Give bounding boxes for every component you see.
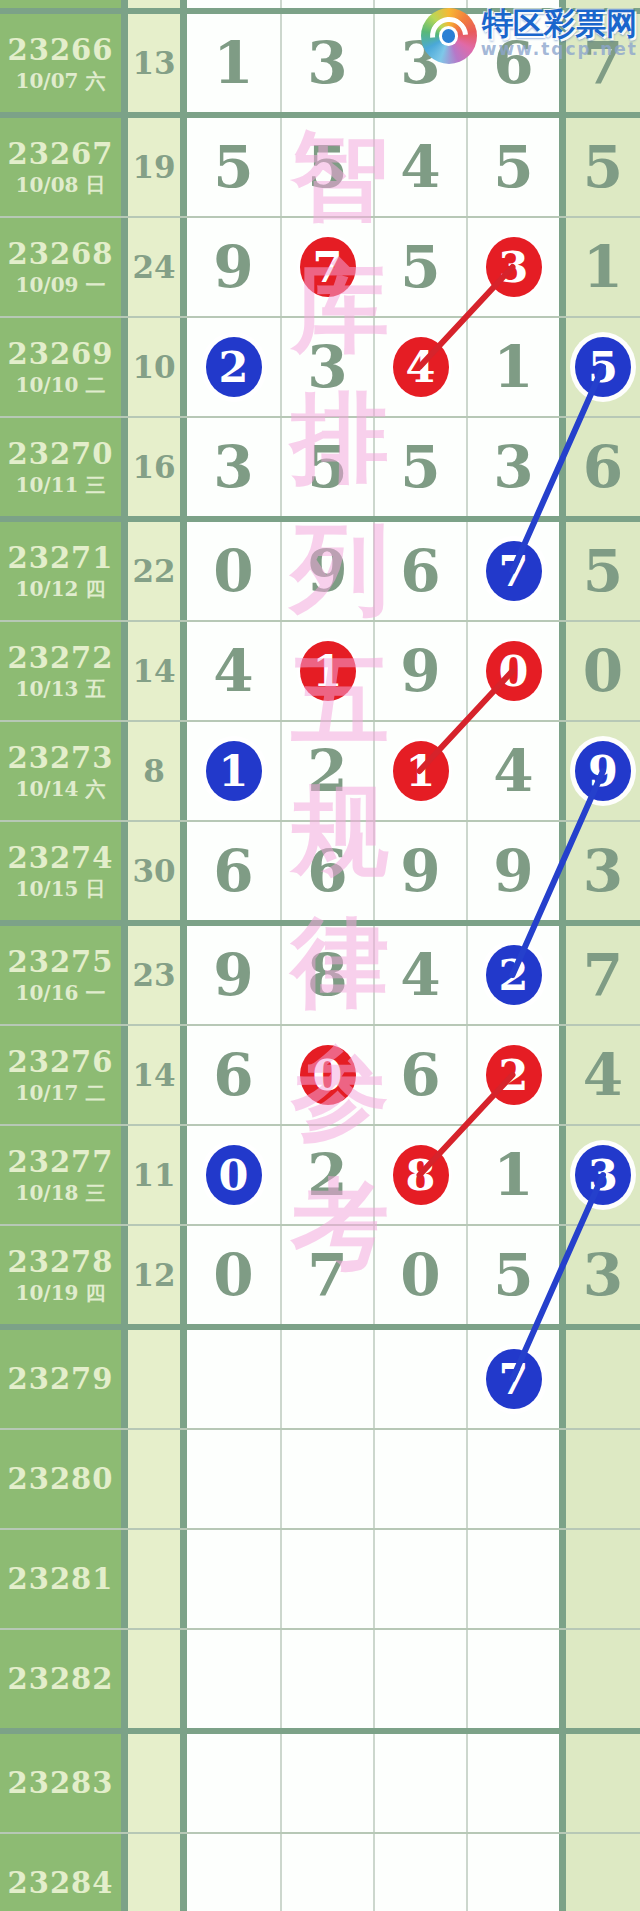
- digit-cell: 3: [466, 418, 559, 516]
- issue-number: 23275: [8, 948, 114, 977]
- digit-value: 1: [493, 338, 533, 396]
- digit-value: 5: [307, 138, 347, 196]
- digit-value: 5: [213, 138, 253, 196]
- digit-cell: 8: [373, 1126, 466, 1224]
- digit-cell: [280, 1530, 373, 1628]
- column-separator: [559, 1630, 566, 1728]
- red-circled-digit: 2: [486, 1045, 542, 1105]
- digit-cell: 1: [466, 318, 559, 416]
- digit-value: 5: [493, 1246, 533, 1304]
- issue-label-cell: 2326910/10 二: [0, 318, 121, 416]
- row-23272: 2327210/13 五1441900: [0, 622, 640, 720]
- red-circled-digit: 1: [300, 641, 356, 701]
- issue-label-cell: 2327610/17 二: [0, 1026, 121, 1124]
- red-circled-digit: 0: [486, 641, 542, 701]
- digit-value: 6: [307, 842, 347, 900]
- digit-cell: [373, 1330, 466, 1428]
- draw-date: 10/14 六: [16, 779, 106, 799]
- column-separator: [559, 1430, 566, 1528]
- digit-value: 5: [400, 438, 440, 496]
- digit-value: 9: [213, 238, 253, 296]
- issue-label-cell: 23283: [0, 1734, 121, 1832]
- issue-number: 23279: [8, 1365, 114, 1394]
- column-separator: [180, 1226, 187, 1324]
- digit-cell: 9: [373, 622, 466, 720]
- issue-number: 23268: [8, 240, 114, 269]
- sum-cell: 19: [128, 118, 180, 216]
- column-separator: [180, 1530, 187, 1628]
- sum-value: 30: [132, 853, 175, 889]
- column-separator: [180, 822, 187, 920]
- column-separator: [559, 118, 566, 216]
- digit-cell: 2: [466, 1026, 559, 1124]
- issue-label-cell: 2327710/18 三: [0, 1126, 121, 1224]
- trend-board: 2326610/07 六13133672326710/08 日195545523…: [0, 0, 640, 1911]
- digit-cell: 7: [466, 1330, 559, 1428]
- row-23282: 23282: [0, 1630, 640, 1728]
- digit-cell: 7: [280, 1226, 373, 1324]
- column-separator: [121, 1834, 128, 1911]
- digit-cell: 5: [566, 318, 640, 416]
- digit-value: 3: [493, 438, 533, 496]
- row-23271: 2327110/12 四2209675: [0, 522, 640, 620]
- lottery-trend-chart-page: 2326610/07 六13133672326710/08 日195545523…: [0, 0, 640, 1911]
- sum-cell: 23: [128, 926, 180, 1024]
- sum-cell: [128, 1734, 180, 1832]
- issue-label-cell: 2327310/14 六: [0, 722, 121, 820]
- digit-cell: 0: [566, 622, 640, 720]
- draw-date: 10/18 三: [16, 1183, 106, 1203]
- digit-cell: 1: [566, 218, 640, 316]
- digit-cell: [566, 1530, 640, 1628]
- digit-cell: 9: [280, 522, 373, 620]
- column-separator: [180, 418, 187, 516]
- digit-cell: 5: [373, 218, 466, 316]
- red-circled-digit: 0: [300, 1045, 356, 1105]
- digit-cell: [566, 1430, 640, 1528]
- digit-cell: 9: [466, 822, 559, 920]
- digit-cell: 5: [280, 118, 373, 216]
- digit-value: 1: [213, 34, 253, 92]
- blue-circled-digit: 3: [575, 1145, 631, 1205]
- digit-cell: [187, 0, 280, 8]
- column-separator: [121, 418, 128, 516]
- issue-number: 23270: [8, 440, 114, 469]
- column-separator: [121, 0, 128, 8]
- digit-cell: 3: [566, 1126, 640, 1224]
- draw-date: 10/09 一: [16, 275, 106, 295]
- digit-cell: 5: [566, 118, 640, 216]
- sum-value: 19: [132, 149, 175, 185]
- digit-cell: [466, 1430, 559, 1528]
- sum-value: 8: [143, 753, 165, 789]
- issue-label-cell: [0, 0, 121, 8]
- row-23273: 2327310/14 六812149: [0, 722, 640, 820]
- issue-number: 23281: [8, 1565, 114, 1594]
- draw-date: 10/19 四: [16, 1283, 106, 1303]
- digit-value: 9: [400, 642, 440, 700]
- sum-cell: 12: [128, 1226, 180, 1324]
- digit-cell: 4: [566, 1026, 640, 1124]
- issue-number: 23267: [8, 140, 114, 169]
- column-separator: [121, 1530, 128, 1628]
- sum-cell: [128, 1630, 180, 1728]
- digit-cell: 6: [373, 522, 466, 620]
- row-23277: 2327710/18 三1102813: [0, 1126, 640, 1224]
- row-23279: 232797: [0, 1330, 640, 1428]
- digit-cell: [566, 1734, 640, 1832]
- digit-cell: 1: [466, 1126, 559, 1224]
- row-23274: 2327410/15 日3066993: [0, 822, 640, 920]
- red-circled-digit: 4: [393, 337, 449, 397]
- digit-cell: 4: [466, 722, 559, 820]
- site-name: 特区彩票网: [482, 6, 637, 40]
- column-separator: [121, 1126, 128, 1224]
- column-separator: [121, 926, 128, 1024]
- digit-cell: [187, 1330, 280, 1428]
- column-separator: [180, 118, 187, 216]
- digit-cell: 0: [187, 1126, 280, 1224]
- issue-label-cell: 2327210/13 五: [0, 622, 121, 720]
- row-23267: 2326710/08 日1955455: [0, 118, 640, 216]
- digit-cell: 3: [187, 418, 280, 516]
- digit-cell: [373, 1834, 466, 1911]
- digit-cell: [187, 1734, 280, 1832]
- digit-cell: 5: [373, 418, 466, 516]
- issue-label-cell: 23282: [0, 1630, 121, 1728]
- digit-cell: [566, 1330, 640, 1428]
- column-separator: [559, 522, 566, 620]
- digit-value: 0: [213, 542, 253, 600]
- digit-cell: 1: [187, 722, 280, 820]
- column-separator: [180, 926, 187, 1024]
- digit-value: 0: [583, 642, 623, 700]
- column-separator: [121, 822, 128, 920]
- column-separator: [121, 1330, 128, 1428]
- sum-cell: 10: [128, 318, 180, 416]
- digit-value: 4: [493, 742, 533, 800]
- column-separator: [180, 1430, 187, 1528]
- sum-value: 14: [132, 653, 175, 689]
- draw-date: 10/16 一: [16, 983, 106, 1003]
- digit-cell: 6: [187, 822, 280, 920]
- draw-date: 10/10 二: [16, 375, 106, 395]
- column-separator: [559, 218, 566, 316]
- digit-cell: [280, 1430, 373, 1528]
- sum-cell: 14: [128, 1026, 180, 1124]
- sum-cell: 11: [128, 1126, 180, 1224]
- digit-cell: [373, 1630, 466, 1728]
- digit-cell: 9: [187, 926, 280, 1024]
- row-23284: 23284: [0, 1834, 640, 1911]
- issue-number: 23283: [8, 1769, 114, 1798]
- digit-cell: 0: [187, 1226, 280, 1324]
- digit-cell: 3: [466, 218, 559, 316]
- digit-value: 2: [307, 742, 347, 800]
- sum-value: 12: [132, 1257, 175, 1293]
- column-separator: [180, 0, 187, 8]
- draw-date: 10/12 四: [16, 579, 106, 599]
- digit-value: 0: [213, 1246, 253, 1304]
- issue-number: 23271: [8, 544, 114, 573]
- digit-value: 8: [307, 946, 347, 1004]
- issue-number: 23269: [8, 340, 114, 369]
- digit-cell: 9: [373, 822, 466, 920]
- issue-label-cell: 2326610/07 六: [0, 14, 121, 112]
- digit-cell: [373, 1430, 466, 1528]
- column-separator: [559, 1530, 566, 1628]
- digit-cell: [187, 1530, 280, 1628]
- column-separator: [180, 1026, 187, 1124]
- digit-value: 3: [583, 842, 623, 900]
- row-23280: 23280: [0, 1430, 640, 1528]
- sum-value: 23: [132, 957, 175, 993]
- digit-cell: 7: [280, 218, 373, 316]
- digit-cell: [280, 1834, 373, 1911]
- column-separator: [180, 218, 187, 316]
- issue-number: 23277: [8, 1148, 114, 1177]
- column-separator: [180, 1834, 187, 1911]
- digit-value: 4: [213, 642, 253, 700]
- digit-cell: 3: [280, 318, 373, 416]
- digit-cell: 3: [280, 14, 373, 112]
- issue-number: 23284: [8, 1869, 114, 1898]
- digit-cell: 8: [280, 926, 373, 1024]
- row-23269: 2326910/10 二1023415: [0, 318, 640, 416]
- column-separator: [559, 622, 566, 720]
- sum-cell: 30: [128, 822, 180, 920]
- digit-cell: 2: [466, 926, 559, 1024]
- issue-label-cell: 2327510/16 一: [0, 926, 121, 1024]
- issue-label-cell: 23281: [0, 1530, 121, 1628]
- issue-label-cell: 2327810/19 四: [0, 1226, 121, 1324]
- sum-value: 24: [132, 249, 175, 285]
- column-separator: [180, 722, 187, 820]
- digit-value: 2: [307, 1146, 347, 1204]
- digit-cell: [187, 1630, 280, 1728]
- digit-cell: 4: [373, 318, 466, 416]
- digit-cell: 7: [566, 926, 640, 1024]
- blue-circled-digit: 2: [206, 337, 262, 397]
- sum-cell: 14: [128, 622, 180, 720]
- issue-number: 23274: [8, 844, 114, 873]
- issue-number: 23280: [8, 1465, 114, 1494]
- digit-cell: [466, 1530, 559, 1628]
- digit-cell: [280, 1734, 373, 1832]
- digit-value: 3: [307, 34, 347, 92]
- digit-cell: 0: [373, 1226, 466, 1324]
- digit-cell: 4: [187, 622, 280, 720]
- column-separator: [121, 318, 128, 416]
- digit-value: 5: [583, 138, 623, 196]
- digit-cell: [466, 1630, 559, 1728]
- swirl-logo-icon: [421, 8, 477, 64]
- issue-label-cell: 23279: [0, 1330, 121, 1428]
- column-separator: [559, 418, 566, 516]
- column-separator: [121, 522, 128, 620]
- draw-date: 10/07 六: [16, 71, 106, 91]
- digit-value: 1: [583, 238, 623, 296]
- digit-cell: 6: [566, 418, 640, 516]
- column-separator: [559, 1834, 566, 1911]
- draw-date: 10/08 日: [16, 175, 106, 195]
- column-separator: [121, 722, 128, 820]
- draw-date: 10/17 二: [16, 1083, 106, 1103]
- digit-value: 9: [400, 842, 440, 900]
- issue-number: 23278: [8, 1248, 114, 1277]
- digit-value: 3: [213, 438, 253, 496]
- blue-circled-digit: 7: [486, 541, 542, 601]
- digit-cell: 9: [187, 218, 280, 316]
- red-circled-digit: 1: [393, 741, 449, 801]
- column-separator: [559, 1734, 566, 1832]
- row-23283: 23283: [0, 1734, 640, 1832]
- digit-cell: 2: [280, 1126, 373, 1224]
- digit-value: 4: [400, 946, 440, 1004]
- digit-cell: [466, 1734, 559, 1832]
- site-logo[interactable]: 特区彩票网 www.tqcp.net: [421, 6, 638, 64]
- digit-cell: [566, 1834, 640, 1911]
- blue-circled-digit: 0: [206, 1145, 262, 1205]
- digit-value: 9: [493, 842, 533, 900]
- red-circled-digit: 7: [300, 237, 356, 297]
- column-separator: [121, 1734, 128, 1832]
- digit-value: 6: [213, 1046, 253, 1104]
- draw-date: 10/15 日: [16, 879, 106, 899]
- sum-cell: [128, 1330, 180, 1428]
- digit-value: 5: [493, 138, 533, 196]
- sum-cell: 13: [128, 14, 180, 112]
- digit-cell: 1: [373, 722, 466, 820]
- issue-number: 23272: [8, 644, 114, 673]
- digit-cell: 1: [280, 622, 373, 720]
- digit-cell: 3: [566, 1226, 640, 1324]
- sum-cell: 22: [128, 522, 180, 620]
- draw-date: 10/11 三: [16, 475, 106, 495]
- digit-cell: 4: [373, 926, 466, 1024]
- issue-number: 23266: [8, 36, 114, 65]
- digit-cell: 5: [566, 522, 640, 620]
- sum-cell: 16: [128, 418, 180, 516]
- issue-number: 23276: [8, 1048, 114, 1077]
- digit-cell: [466, 1834, 559, 1911]
- column-separator: [121, 622, 128, 720]
- column-separator: [121, 1430, 128, 1528]
- column-separator: [180, 318, 187, 416]
- digit-value: 4: [583, 1046, 623, 1104]
- issue-label-cell: 2326810/09 一: [0, 218, 121, 316]
- site-url: www.tqcp.net: [481, 39, 638, 59]
- sum-cell: [128, 1530, 180, 1628]
- digit-cell: [373, 1530, 466, 1628]
- sum-value: 14: [132, 1057, 175, 1093]
- sum-value: 16: [132, 449, 175, 485]
- digit-cell: 3: [566, 822, 640, 920]
- digit-value: 3: [583, 1246, 623, 1304]
- issue-label-cell: 2327110/12 四: [0, 522, 121, 620]
- digit-value: 9: [213, 946, 253, 1004]
- digit-value: 1: [493, 1146, 533, 1204]
- blue-circled-digit: 1: [206, 741, 262, 801]
- column-separator: [180, 1126, 187, 1224]
- digit-cell: 7: [466, 522, 559, 620]
- digit-value: 0: [400, 1246, 440, 1304]
- column-separator: [559, 318, 566, 416]
- digit-cell: 1: [187, 14, 280, 112]
- digit-value: 6: [583, 438, 623, 496]
- sum-cell: [128, 1834, 180, 1911]
- digit-cell: [280, 1330, 373, 1428]
- issue-label-cell: 2326710/08 日: [0, 118, 121, 216]
- issue-label-cell: 23284: [0, 1834, 121, 1911]
- row-23270: 2327010/11 三1635536: [0, 418, 640, 516]
- row-23268: 2326810/09 一2497531: [0, 218, 640, 316]
- sum-value: 22: [132, 553, 175, 589]
- digit-cell: [280, 0, 373, 8]
- digit-value: 6: [400, 542, 440, 600]
- blue-circled-digit: 9: [575, 741, 631, 801]
- digit-value: 6: [400, 1046, 440, 1104]
- column-separator: [180, 14, 187, 112]
- column-separator: [559, 1226, 566, 1324]
- digit-cell: [187, 1834, 280, 1911]
- sum-value: 10: [132, 349, 175, 385]
- digit-cell: 6: [280, 822, 373, 920]
- logo-text-block: 特区彩票网 www.tqcp.net: [481, 6, 638, 59]
- column-separator: [180, 522, 187, 620]
- digit-value: 3: [307, 338, 347, 396]
- column-separator: [559, 1330, 566, 1428]
- digit-value: 4: [400, 138, 440, 196]
- digit-cell: 0: [187, 522, 280, 620]
- column-separator: [180, 622, 187, 720]
- sum-value: 13: [132, 45, 175, 81]
- digit-value: 9: [307, 542, 347, 600]
- digit-cell: 6: [187, 1026, 280, 1124]
- row-23281: 23281: [0, 1530, 640, 1628]
- issue-label-cell: 2327010/11 三: [0, 418, 121, 516]
- digit-cell: 5: [280, 418, 373, 516]
- column-separator: [121, 118, 128, 216]
- column-separator: [559, 1126, 566, 1224]
- column-separator: [559, 722, 566, 820]
- draw-date: 10/13 五: [16, 679, 106, 699]
- sum-cell: 8: [128, 722, 180, 820]
- sum-value: 11: [132, 1157, 175, 1193]
- sum-cell: [128, 0, 180, 8]
- column-separator: [180, 1630, 187, 1728]
- digit-value: 7: [583, 946, 623, 1004]
- column-separator: [180, 1330, 187, 1428]
- issue-label-cell: 2327410/15 日: [0, 822, 121, 920]
- column-separator: [559, 1026, 566, 1124]
- digit-cell: 2: [280, 722, 373, 820]
- red-circled-digit: 3: [486, 237, 542, 297]
- issue-label-cell: 23280: [0, 1430, 121, 1528]
- digit-cell: [373, 1734, 466, 1832]
- digit-cell: 9: [566, 722, 640, 820]
- digit-value: 5: [583, 542, 623, 600]
- digit-cell: 5: [466, 1226, 559, 1324]
- column-separator: [121, 218, 128, 316]
- digit-value: 5: [307, 438, 347, 496]
- column-separator: [121, 1630, 128, 1728]
- blue-circled-digit: 5: [575, 337, 631, 397]
- sum-cell: 24: [128, 218, 180, 316]
- digit-value: 5: [400, 238, 440, 296]
- digit-cell: 5: [187, 118, 280, 216]
- column-separator: [121, 1026, 128, 1124]
